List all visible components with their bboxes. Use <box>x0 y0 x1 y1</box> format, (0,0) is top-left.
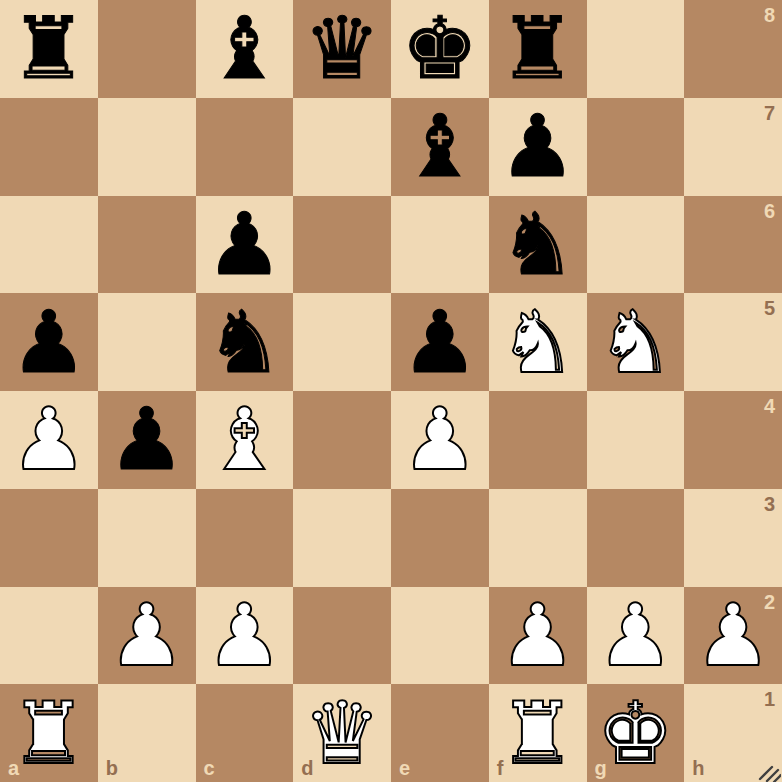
rank-label-7: 7 <box>764 103 775 123</box>
square-f2[interactable]: ♟ <box>489 587 587 685</box>
square-e7[interactable]: ♝ <box>391 98 489 196</box>
white-rook[interactable]: ♜ <box>10 685 87 782</box>
white-pawn[interactable]: ♟ <box>10 391 87 488</box>
square-b3[interactable] <box>98 489 196 587</box>
square-g6[interactable] <box>587 196 685 294</box>
black-pawn[interactable]: ♟ <box>401 294 478 391</box>
square-d8[interactable]: ♛ <box>293 0 391 98</box>
square-h7[interactable]: 7 <box>684 98 782 196</box>
black-bishop[interactable]: ♝ <box>206 0 283 97</box>
square-h8[interactable]: 8 <box>684 0 782 98</box>
rank-label-1: 1 <box>764 689 775 709</box>
black-queen[interactable]: ♛ <box>304 0 381 97</box>
square-f3[interactable] <box>489 489 587 587</box>
file-label-c: c <box>204 758 215 778</box>
square-c1[interactable]: c <box>196 684 294 782</box>
rank-label-4: 4 <box>764 396 775 416</box>
square-b1[interactable]: b <box>98 684 196 782</box>
square-b5[interactable] <box>98 293 196 391</box>
square-a8[interactable]: ♜ <box>0 0 98 98</box>
square-a4[interactable]: ♟ <box>0 391 98 489</box>
square-c6[interactable]: ♟ <box>196 196 294 294</box>
square-g3[interactable] <box>587 489 685 587</box>
square-f7[interactable]: ♟ <box>489 98 587 196</box>
black-pawn[interactable]: ♟ <box>499 98 576 195</box>
white-knight[interactable]: ♞ <box>597 294 674 391</box>
square-h3[interactable]: 3 <box>684 489 782 587</box>
square-e3[interactable] <box>391 489 489 587</box>
black-bishop[interactable]: ♝ <box>401 98 478 195</box>
square-b2[interactable]: ♟ <box>98 587 196 685</box>
square-b7[interactable] <box>98 98 196 196</box>
square-e1[interactable]: e <box>391 684 489 782</box>
board-resize-handle-icon[interactable] <box>757 758 781 782</box>
white-pawn[interactable]: ♟ <box>401 391 478 488</box>
rank-label-8: 8 <box>764 5 775 25</box>
square-b4[interactable]: ♟ <box>98 391 196 489</box>
square-c3[interactable] <box>196 489 294 587</box>
square-b8[interactable] <box>98 0 196 98</box>
black-pawn[interactable]: ♟ <box>108 391 185 488</box>
square-c5[interactable]: ♞ <box>196 293 294 391</box>
square-g2[interactable]: ♟ <box>587 587 685 685</box>
square-d6[interactable] <box>293 196 391 294</box>
white-pawn[interactable]: ♟ <box>499 587 576 684</box>
square-a2[interactable] <box>0 587 98 685</box>
square-f5[interactable]: ♞ <box>489 293 587 391</box>
square-h4[interactable]: 4 <box>684 391 782 489</box>
square-f1[interactable]: f♜ <box>489 684 587 782</box>
file-label-b: b <box>106 758 118 778</box>
square-c4[interactable]: ♝ <box>196 391 294 489</box>
square-g7[interactable] <box>587 98 685 196</box>
square-f6[interactable]: ♞ <box>489 196 587 294</box>
square-e5[interactable]: ♟ <box>391 293 489 391</box>
square-d1[interactable]: d♛ <box>293 684 391 782</box>
file-label-e: e <box>399 758 410 778</box>
square-e8[interactable]: ♚ <box>391 0 489 98</box>
white-queen[interactable]: ♛ <box>304 685 381 782</box>
square-a7[interactable] <box>0 98 98 196</box>
square-g1[interactable]: g♚ <box>587 684 685 782</box>
square-h5[interactable]: 5 <box>684 293 782 391</box>
black-king[interactable]: ♚ <box>401 0 478 97</box>
square-a6[interactable] <box>0 196 98 294</box>
white-knight[interactable]: ♞ <box>499 294 576 391</box>
square-c2[interactable]: ♟ <box>196 587 294 685</box>
chess-board: ♜♝♛♚♜8♝♟7♟♞6♟♞♟♞♞5♟♟♝♟43♟♟♟♟2♟a♜bcd♛ef♜g… <box>0 0 782 782</box>
square-d7[interactable] <box>293 98 391 196</box>
white-king[interactable]: ♚ <box>597 685 674 782</box>
file-label-h: h <box>692 758 704 778</box>
square-c8[interactable]: ♝ <box>196 0 294 98</box>
square-d2[interactable] <box>293 587 391 685</box>
rank-label-3: 3 <box>764 494 775 514</box>
black-pawn[interactable]: ♟ <box>10 294 87 391</box>
square-e2[interactable] <box>391 587 489 685</box>
square-b6[interactable] <box>98 196 196 294</box>
square-g5[interactable]: ♞ <box>587 293 685 391</box>
square-f8[interactable]: ♜ <box>489 0 587 98</box>
square-h6[interactable]: 6 <box>684 196 782 294</box>
square-a3[interactable] <box>0 489 98 587</box>
square-g4[interactable] <box>587 391 685 489</box>
white-pawn[interactable]: ♟ <box>108 587 185 684</box>
rank-label-6: 6 <box>764 201 775 221</box>
white-bishop[interactable]: ♝ <box>206 391 283 488</box>
square-f4[interactable] <box>489 391 587 489</box>
black-rook[interactable]: ♜ <box>10 0 87 97</box>
square-d5[interactable] <box>293 293 391 391</box>
white-pawn[interactable]: ♟ <box>206 587 283 684</box>
black-knight[interactable]: ♞ <box>499 196 576 293</box>
square-c7[interactable] <box>196 98 294 196</box>
black-knight[interactable]: ♞ <box>206 294 283 391</box>
black-pawn[interactable]: ♟ <box>206 196 283 293</box>
rank-label-5: 5 <box>764 298 775 318</box>
square-e4[interactable]: ♟ <box>391 391 489 489</box>
square-a1[interactable]: a♜ <box>0 684 98 782</box>
square-a5[interactable]: ♟ <box>0 293 98 391</box>
square-d3[interactable] <box>293 489 391 587</box>
square-g8[interactable] <box>587 0 685 98</box>
white-pawn[interactable]: ♟ <box>597 587 674 684</box>
black-rook[interactable]: ♜ <box>499 0 576 97</box>
square-d4[interactable] <box>293 391 391 489</box>
white-pawn[interactable]: ♟ <box>695 587 772 684</box>
square-h2[interactable]: 2♟ <box>684 587 782 685</box>
square-e6[interactable] <box>391 196 489 294</box>
white-rook[interactable]: ♜ <box>499 685 576 782</box>
